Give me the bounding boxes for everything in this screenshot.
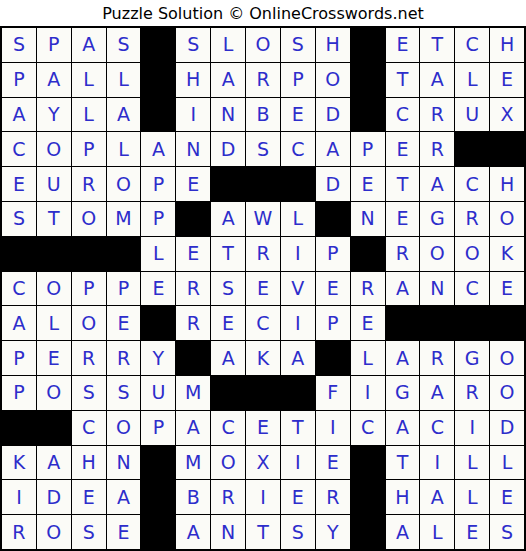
letter-cell[interactable]: O: [316, 63, 350, 97]
letter-cell[interactable]: P: [141, 202, 175, 236]
letter-cell[interactable]: S: [72, 376, 106, 410]
black-cell: [351, 480, 385, 514]
letter-cell[interactable]: U: [37, 167, 71, 201]
letter-cell[interactable]: A: [176, 411, 210, 445]
letter-cell[interactable]: O: [490, 341, 524, 375]
letter-cell[interactable]: E: [72, 480, 106, 514]
letter-cell[interactable]: I: [281, 446, 315, 480]
letter-cell[interactable]: N: [107, 446, 141, 480]
letter-cell[interactable]: L: [455, 446, 489, 480]
black-cell: [2, 411, 36, 445]
letter-cell[interactable]: H: [176, 63, 210, 97]
black-cell: [351, 515, 385, 549]
letter-cell[interactable]: E: [386, 202, 420, 236]
letter-cell[interactable]: C: [351, 411, 385, 445]
letter-cell[interactable]: E: [2, 167, 36, 201]
letter-cell[interactable]: T: [281, 411, 315, 445]
letter-cell[interactable]: H: [490, 167, 524, 201]
black-cell: [211, 376, 245, 410]
letter-cell[interactable]: K: [2, 446, 36, 480]
letter-cell[interactable]: P: [72, 272, 106, 306]
letter-cell[interactable]: R: [72, 341, 106, 375]
letter-cell[interactable]: H: [490, 28, 524, 62]
black-cell: [37, 411, 71, 445]
letter-cell[interactable]: K: [490, 237, 524, 271]
letter-cell[interactable]: T: [211, 237, 245, 271]
letter-cell[interactable]: O: [72, 306, 106, 340]
letter-cell[interactable]: I: [176, 98, 210, 132]
black-cell: [351, 446, 385, 480]
letter-cell[interactable]: O: [420, 237, 454, 271]
letter-cell[interactable]: W: [246, 202, 280, 236]
letter-cell[interactable]: D: [490, 411, 524, 445]
letter-cell[interactable]: O: [455, 237, 489, 271]
letter-cell[interactable]: S: [2, 28, 36, 62]
letter-cell[interactable]: E: [281, 98, 315, 132]
black-cell: [141, 28, 175, 62]
black-cell: [246, 167, 280, 201]
black-cell: [281, 376, 315, 410]
letter-cell[interactable]: O: [72, 202, 106, 236]
letter-cell[interactable]: O: [37, 272, 71, 306]
letter-cell[interactable]: A: [420, 480, 454, 514]
letter-cell[interactable]: A: [281, 341, 315, 375]
letter-cell[interactable]: R: [455, 376, 489, 410]
letter-cell[interactable]: L: [455, 480, 489, 514]
letter-cell[interactable]: P: [107, 272, 141, 306]
letter-cell[interactable]: S: [490, 515, 524, 549]
black-cell: [490, 132, 524, 166]
letter-cell[interactable]: G: [455, 341, 489, 375]
letter-cell[interactable]: F: [316, 376, 350, 410]
letter-cell[interactable]: O: [37, 376, 71, 410]
letter-cell[interactable]: A: [420, 63, 454, 97]
letter-cell[interactable]: E: [316, 272, 350, 306]
letter-cell[interactable]: E: [386, 28, 420, 62]
letter-cell[interactable]: X: [490, 98, 524, 132]
letter-cell[interactable]: S: [281, 28, 315, 62]
letter-cell[interactable]: I: [420, 446, 454, 480]
letter-cell[interactable]: T: [37, 202, 71, 236]
black-cell: [107, 237, 141, 271]
letter-cell[interactable]: T: [246, 515, 280, 549]
letter-cell[interactable]: I: [2, 480, 36, 514]
letter-cell[interactable]: E: [246, 411, 280, 445]
letter-cell[interactable]: I: [351, 376, 385, 410]
letter-cell[interactable]: C: [2, 132, 36, 166]
black-cell: [211, 167, 245, 201]
puzzle-title: Puzzle Solution © OnlineCrosswords.net: [0, 0, 526, 26]
black-cell: [386, 306, 420, 340]
black-cell: [490, 306, 524, 340]
letter-cell[interactable]: E: [176, 167, 210, 201]
letter-cell[interactable]: P: [2, 63, 36, 97]
letter-cell[interactable]: R: [420, 98, 454, 132]
letter-cell[interactable]: U: [455, 98, 489, 132]
black-cell: [281, 167, 315, 201]
letter-cell[interactable]: L: [37, 306, 71, 340]
letter-cell[interactable]: O: [490, 376, 524, 410]
letter-cell[interactable]: I: [281, 306, 315, 340]
black-cell: [351, 28, 385, 62]
letter-cell[interactable]: A: [37, 446, 71, 480]
letter-cell[interactable]: R: [351, 272, 385, 306]
letter-cell[interactable]: A: [2, 306, 36, 340]
letter-cell[interactable]: O: [37, 132, 71, 166]
letter-cell[interactable]: S: [211, 272, 245, 306]
letter-cell[interactable]: G: [386, 376, 420, 410]
black-cell: [455, 306, 489, 340]
letter-cell[interactable]: N: [420, 272, 454, 306]
letter-cell[interactable]: Y: [37, 98, 71, 132]
letter-cell[interactable]: S: [246, 132, 280, 166]
letter-cell[interactable]: I: [281, 237, 315, 271]
black-cell: [176, 202, 210, 236]
letter-cell[interactable]: P: [2, 341, 36, 375]
black-cell: [37, 237, 71, 271]
letter-cell[interactable]: D: [211, 132, 245, 166]
black-cell: [351, 98, 385, 132]
letter-cell[interactable]: M: [176, 376, 210, 410]
letter-cell[interactable]: E: [490, 480, 524, 514]
letter-cell[interactable]: L: [107, 63, 141, 97]
letter-cell[interactable]: H: [316, 28, 350, 62]
letter-cell[interactable]: R: [246, 63, 280, 97]
letter-cell[interactable]: A: [2, 98, 36, 132]
black-cell: [141, 306, 175, 340]
letter-cell[interactable]: R: [420, 341, 454, 375]
letter-cell[interactable]: A: [107, 98, 141, 132]
black-cell: [141, 515, 175, 549]
letter-cell[interactable]: P: [2, 376, 36, 410]
letter-cell[interactable]: R: [2, 515, 36, 549]
letter-cell[interactable]: C: [420, 411, 454, 445]
letter-cell[interactable]: Y: [316, 515, 350, 549]
letter-cell[interactable]: S: [107, 28, 141, 62]
letter-cell[interactable]: A: [211, 202, 245, 236]
letter-cell[interactable]: P: [141, 411, 175, 445]
letter-cell[interactable]: P: [37, 28, 71, 62]
black-cell: [351, 63, 385, 97]
black-cell: [246, 376, 280, 410]
letter-cell[interactable]: A: [176, 515, 210, 549]
letter-cell[interactable]: A: [420, 376, 454, 410]
black-cell: [2, 237, 36, 271]
letter-cell[interactable]: E: [351, 306, 385, 340]
letter-cell[interactable]: R: [176, 306, 210, 340]
letter-cell[interactable]: A: [386, 515, 420, 549]
letter-cell[interactable]: R: [107, 341, 141, 375]
letter-cell[interactable]: A: [211, 63, 245, 97]
letter-cell[interactable]: E: [455, 515, 489, 549]
letter-cell[interactable]: C: [281, 132, 315, 166]
letter-cell[interactable]: T: [420, 28, 454, 62]
letter-cell[interactable]: U: [141, 376, 175, 410]
letter-cell[interactable]: M: [176, 446, 210, 480]
letter-cell[interactable]: P: [72, 132, 106, 166]
letter-cell[interactable]: N: [351, 202, 385, 236]
letter-cell[interactable]: V: [281, 272, 315, 306]
letter-cell[interactable]: E: [246, 272, 280, 306]
letter-cell[interactable]: L: [72, 98, 106, 132]
letter-cell[interactable]: E: [37, 341, 71, 375]
letter-cell[interactable]: P: [316, 306, 350, 340]
letter-cell[interactable]: R: [386, 237, 420, 271]
letter-cell[interactable]: R: [176, 272, 210, 306]
letter-cell[interactable]: L: [455, 63, 489, 97]
letter-cell[interactable]: Y: [141, 341, 175, 375]
letter-cell[interactable]: S: [2, 202, 36, 236]
letter-cell[interactable]: A: [141, 132, 175, 166]
letter-cell[interactable]: A: [316, 132, 350, 166]
black-cell: [141, 446, 175, 480]
letter-cell[interactable]: E: [141, 272, 175, 306]
letter-cell[interactable]: C: [246, 306, 280, 340]
letter-cell[interactable]: O: [211, 446, 245, 480]
black-cell: [351, 237, 385, 271]
letter-cell[interactable]: M: [107, 202, 141, 236]
letter-cell[interactable]: B: [176, 480, 210, 514]
letter-cell[interactable]: I: [455, 411, 489, 445]
black-cell: [420, 306, 454, 340]
letter-cell[interactable]: A: [72, 28, 106, 62]
letter-cell[interactable]: D: [316, 98, 350, 132]
letter-cell[interactable]: S: [281, 515, 315, 549]
letter-cell[interactable]: O: [107, 411, 141, 445]
black-cell: [141, 98, 175, 132]
letter-cell[interactable]: P: [316, 237, 350, 271]
letter-cell[interactable]: E: [490, 63, 524, 97]
black-cell: [72, 237, 106, 271]
letter-cell[interactable]: E: [281, 480, 315, 514]
letter-cell[interactable]: N: [176, 132, 210, 166]
letter-cell[interactable]: L: [351, 341, 385, 375]
letter-cell[interactable]: C: [2, 272, 36, 306]
letter-cell[interactable]: O: [246, 28, 280, 62]
letter-cell[interactable]: O: [490, 202, 524, 236]
letter-cell[interactable]: B: [246, 98, 280, 132]
letter-cell[interactable]: I: [246, 480, 280, 514]
black-cell: [455, 132, 489, 166]
letter-cell[interactable]: E: [386, 132, 420, 166]
letter-cell[interactable]: R: [455, 202, 489, 236]
letter-cell[interactable]: N: [211, 98, 245, 132]
letter-cell[interactable]: R: [420, 132, 454, 166]
letter-cell[interactable]: R: [246, 237, 280, 271]
letter-cell[interactable]: E: [351, 167, 385, 201]
letter-cell[interactable]: P: [351, 132, 385, 166]
letter-cell[interactable]: L: [72, 63, 106, 97]
letter-cell[interactable]: A: [420, 167, 454, 201]
letter-cell[interactable]: P: [281, 63, 315, 97]
letter-cell[interactable]: K: [246, 341, 280, 375]
letter-cell[interactable]: H: [72, 446, 106, 480]
letter-cell[interactable]: T: [386, 63, 420, 97]
letter-cell[interactable]: E: [211, 306, 245, 340]
letter-cell[interactable]: L: [420, 515, 454, 549]
letter-cell[interactable]: E: [107, 515, 141, 549]
letter-cell[interactable]: A: [37, 63, 71, 97]
puzzle-page: Puzzle Solution © OnlineCrosswords.net S…: [0, 0, 526, 551]
letter-cell[interactable]: A: [386, 272, 420, 306]
letter-cell[interactable]: C: [211, 411, 245, 445]
letter-cell[interactable]: R: [316, 480, 350, 514]
letter-cell[interactable]: S: [72, 515, 106, 549]
black-cell: [176, 341, 210, 375]
letter-cell[interactable]: L: [211, 28, 245, 62]
letter-cell[interactable]: C: [455, 28, 489, 62]
letter-cell[interactable]: D: [37, 480, 71, 514]
letter-cell[interactable]: A: [386, 411, 420, 445]
letter-cell[interactable]: L: [107, 132, 141, 166]
letter-cell[interactable]: R: [72, 167, 106, 201]
letter-cell[interactable]: E: [107, 306, 141, 340]
letter-cell[interactable]: C: [72, 411, 106, 445]
letter-cell[interactable]: H: [386, 480, 420, 514]
letter-cell[interactable]: E: [176, 237, 210, 271]
letter-cell[interactable]: T: [386, 167, 420, 201]
letter-cell[interactable]: T: [386, 446, 420, 480]
letter-cell[interactable]: R: [211, 480, 245, 514]
letter-cell[interactable]: P: [141, 167, 175, 201]
letter-cell[interactable]: O: [37, 515, 71, 549]
letter-cell[interactable]: C: [455, 167, 489, 201]
letter-cell[interactable]: A: [107, 480, 141, 514]
letter-cell[interactable]: E: [316, 446, 350, 480]
letter-cell[interactable]: X: [246, 446, 280, 480]
letter-cell[interactable]: L: [141, 237, 175, 271]
letter-cell[interactable]: I: [316, 411, 350, 445]
black-cell: [316, 341, 350, 375]
letter-cell[interactable]: A: [211, 341, 245, 375]
letter-cell[interactable]: D: [316, 167, 350, 201]
letter-cell[interactable]: A: [386, 341, 420, 375]
letter-cell[interactable]: G: [420, 202, 454, 236]
letter-cell[interactable]: S: [176, 28, 210, 62]
letter-cell[interactable]: L: [281, 202, 315, 236]
letter-cell[interactable]: C: [386, 98, 420, 132]
letter-cell[interactable]: S: [107, 376, 141, 410]
black-cell: [141, 63, 175, 97]
letter-cell[interactable]: C: [455, 272, 489, 306]
letter-cell[interactable]: N: [211, 515, 245, 549]
letter-cell[interactable]: O: [107, 167, 141, 201]
black-cell: [316, 202, 350, 236]
letter-cell[interactable]: L: [490, 446, 524, 480]
black-cell: [141, 480, 175, 514]
crossword-grid: SPASSLOSHETCHPALLHARPOTALEAYLAINBEDCRUXC…: [0, 26, 526, 551]
letter-cell[interactable]: E: [490, 272, 524, 306]
